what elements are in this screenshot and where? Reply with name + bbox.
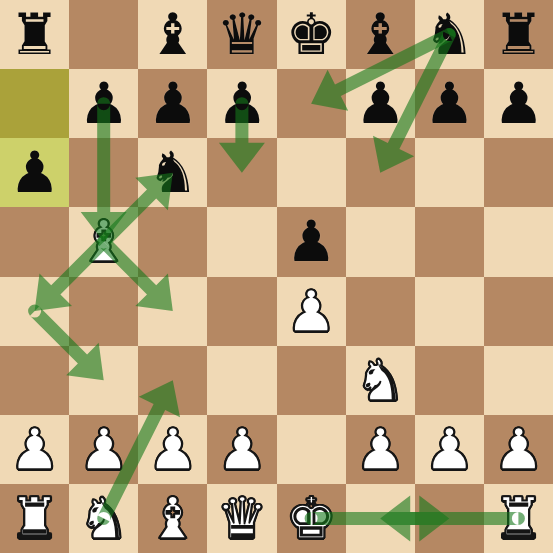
board-pieces: ♜♝♛♚♝♞♜♟♟♟♟♟♟♟♞♝♟♟♞♟♟♟♟♟♟♟♜♞♝♛♚♜ bbox=[0, 0, 553, 553]
piece-white-bishop-b5[interactable]: ♝ bbox=[69, 207, 138, 276]
piece-white-rook-a1[interactable]: ♜ bbox=[0, 484, 69, 553]
piece-white-knight-f3[interactable]: ♞ bbox=[346, 346, 415, 415]
piece-white-pawn-e4[interactable]: ♟ bbox=[277, 277, 346, 346]
piece-black-bishop-f8[interactable]: ♝ bbox=[346, 0, 415, 69]
chess-board[interactable]: ♜♝♛♚♝♞♜♟♟♟♟♟♟♟♞♝♟♟♞♟♟♟♟♟♟♟♜♞♝♛♚♜ bbox=[0, 0, 553, 553]
piece-white-rook-h1[interactable]: ♜ bbox=[484, 484, 553, 553]
piece-white-pawn-a2[interactable]: ♟ bbox=[0, 415, 69, 484]
piece-black-pawn-d7[interactable]: ♟ bbox=[207, 69, 276, 138]
piece-white-pawn-b2[interactable]: ♟ bbox=[69, 415, 138, 484]
piece-white-queen-d1[interactable]: ♛ bbox=[207, 484, 276, 553]
piece-black-pawn-h7[interactable]: ♟ bbox=[484, 69, 553, 138]
piece-black-queen-d8[interactable]: ♛ bbox=[207, 0, 276, 69]
piece-white-knight-b1[interactable]: ♞ bbox=[69, 484, 138, 553]
piece-black-pawn-g7[interactable]: ♟ bbox=[415, 69, 484, 138]
piece-black-pawn-f7[interactable]: ♟ bbox=[346, 69, 415, 138]
piece-black-king-e8[interactable]: ♚ bbox=[277, 0, 346, 69]
piece-white-king-e1[interactable]: ♚ bbox=[277, 484, 346, 553]
piece-black-knight-g8[interactable]: ♞ bbox=[415, 0, 484, 69]
piece-white-pawn-g2[interactable]: ♟ bbox=[415, 415, 484, 484]
piece-white-pawn-c2[interactable]: ♟ bbox=[138, 415, 207, 484]
piece-white-pawn-h2[interactable]: ♟ bbox=[484, 415, 553, 484]
piece-black-knight-c6[interactable]: ♞ bbox=[138, 138, 207, 207]
piece-black-pawn-a6[interactable]: ♟ bbox=[0, 138, 69, 207]
piece-black-pawn-c7[interactable]: ♟ bbox=[138, 69, 207, 138]
piece-white-pawn-d2[interactable]: ♟ bbox=[207, 415, 276, 484]
piece-black-rook-a8[interactable]: ♜ bbox=[0, 0, 69, 69]
piece-white-pawn-f2[interactable]: ♟ bbox=[346, 415, 415, 484]
piece-black-rook-h8[interactable]: ♜ bbox=[484, 0, 553, 69]
piece-black-bishop-c8[interactable]: ♝ bbox=[138, 0, 207, 69]
piece-black-pawn-b7[interactable]: ♟ bbox=[69, 69, 138, 138]
piece-white-bishop-c1[interactable]: ♝ bbox=[138, 484, 207, 553]
piece-black-pawn-e5[interactable]: ♟ bbox=[277, 207, 346, 276]
